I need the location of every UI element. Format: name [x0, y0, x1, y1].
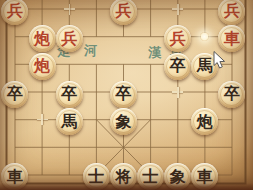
piece-black-elephant[interactable]: 象	[164, 163, 191, 190]
piece-black-soldier[interactable]: 卒	[56, 81, 83, 108]
piece-black-cannon[interactable]: 炮	[191, 108, 218, 135]
piece-black-horse[interactable]: 馬	[191, 53, 218, 80]
piece-red-cannon[interactable]: 炮	[29, 53, 56, 80]
xiangqi-board: 楚河 漢界 兵兵兵炮兵兵車炮卒馬卒卒卒卒馬象炮車士将士象車	[0, 0, 253, 190]
piece-black-soldier[interactable]: 卒	[1, 81, 28, 108]
piece-black-general[interactable]: 将	[110, 163, 137, 190]
piece-red-soldier[interactable]: 兵	[110, 0, 137, 25]
point-marker	[172, 87, 183, 98]
point-marker	[172, 4, 183, 15]
piece-black-chariot[interactable]: 車	[1, 163, 28, 190]
board-intersections: 兵兵兵炮兵兵車炮卒馬卒卒卒卒馬象炮車士将士象車	[1, 0, 245, 189]
piece-red-soldier[interactable]: 兵	[56, 25, 83, 52]
piece-black-horse[interactable]: 馬	[56, 108, 83, 135]
move-indicator-dot[interactable]	[200, 32, 209, 41]
piece-black-elephant[interactable]: 象	[110, 108, 137, 135]
piece-red-soldier[interactable]: 兵	[164, 25, 191, 52]
piece-black-advisor[interactable]: 士	[137, 163, 164, 190]
piece-black-advisor[interactable]: 士	[83, 163, 110, 190]
piece-red-soldier[interactable]: 兵	[218, 0, 245, 25]
point-marker	[64, 4, 75, 15]
piece-red-soldier[interactable]: 兵	[1, 0, 28, 25]
point-marker	[37, 114, 48, 125]
piece-black-chariot[interactable]: 車	[191, 163, 218, 190]
piece-red-chariot[interactable]: 車	[218, 25, 245, 52]
piece-red-cannon[interactable]: 炮	[29, 25, 56, 52]
piece-black-soldier[interactable]: 卒	[164, 53, 191, 80]
piece-black-soldier[interactable]: 卒	[110, 81, 137, 108]
piece-black-soldier[interactable]: 卒	[218, 81, 245, 108]
